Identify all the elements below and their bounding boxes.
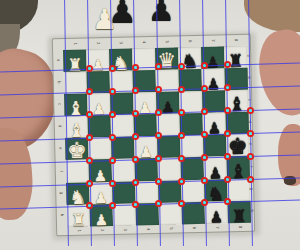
file-label-right-b: b <box>247 75 251 81</box>
square-h5 <box>159 202 182 225</box>
square-a4 <box>132 48 155 71</box>
square-d6 <box>180 113 203 136</box>
rank-label-bottom-2: 2 <box>100 227 104 233</box>
square-d2 <box>88 115 111 138</box>
chess-board: ♜♟♞♛♞♟♜♟♝♟♟♟♝♝♟♚♟♚♟♟♝♞♟♞♜♟♟♜ 12345678123… <box>52 34 255 236</box>
square-g5 <box>158 180 181 203</box>
file-label-right-g: g <box>249 185 253 191</box>
square-f8: ♝ <box>227 156 250 179</box>
file-label-right-a: a <box>246 53 250 59</box>
square-a2: ♟ <box>86 49 109 72</box>
square-b6 <box>179 69 202 92</box>
square-g4 <box>135 180 158 203</box>
square-f4 <box>135 158 158 181</box>
board-squares: ♜♟♞♛♞♟♜♟♝♟♟♟♝♝♟♚♟♚♟♟♝♞♟♞♜♟♟♜ <box>63 46 251 227</box>
rank-label-top-3: 3 <box>119 40 123 46</box>
square-a1: ♜ <box>63 50 86 73</box>
square-b1 <box>64 72 87 95</box>
square-g6 <box>181 179 204 202</box>
file-label-left-c: c <box>57 101 61 107</box>
square-f6 <box>181 157 204 180</box>
square-g2: ♟ <box>89 182 112 205</box>
file-label-left-d: d <box>58 123 62 129</box>
square-f7: ♟ <box>204 157 227 180</box>
square-b2 <box>87 71 110 94</box>
square-a3: ♞ <box>109 48 132 71</box>
rank-label-bottom-1: 1 <box>77 228 81 234</box>
square-b7: ♟ <box>202 68 225 91</box>
square-g3 <box>112 181 135 204</box>
square-d8 <box>226 112 249 135</box>
square-e5 <box>157 136 180 159</box>
square-c7 <box>202 91 225 114</box>
square-d5 <box>157 114 180 137</box>
square-d4 <box>134 114 157 137</box>
square-h1: ♜ <box>67 204 90 227</box>
square-d1: ♝ <box>65 116 88 139</box>
rank-label-top-4: 4 <box>142 39 146 45</box>
square-c5: ♟ <box>156 92 179 115</box>
square-b8 <box>225 68 248 91</box>
square-b4 <box>133 70 156 93</box>
square-h8: ♜ <box>228 200 251 223</box>
square-g7: ♞ <box>204 179 227 202</box>
rank-label-top-8: 8 <box>234 37 238 43</box>
file-label-left-g: g <box>59 190 63 196</box>
square-g1: ♞ <box>66 182 89 205</box>
square-c1: ♝ <box>64 94 87 117</box>
square-a6: ♞ <box>178 47 201 70</box>
file-label-right-c: c <box>247 97 251 103</box>
square-e4: ♟ <box>134 136 157 159</box>
file-label-right-d: d <box>248 119 252 125</box>
white-pawn: ♟ <box>95 213 109 228</box>
file-label-right-e: e <box>248 141 252 147</box>
square-h3 <box>113 203 136 226</box>
rank-label-bottom-6: 6 <box>192 225 196 231</box>
square-c8: ♝ <box>225 90 248 113</box>
square-e7 <box>203 135 226 158</box>
white-rook: ♜ <box>71 211 87 228</box>
file-label-right-h: h <box>250 207 254 213</box>
square-b3 <box>110 71 133 94</box>
file-label-left-a: a <box>56 57 60 63</box>
webcam-frame: ♟♟♟ ♜♟♞♛♞♟♜♟♝♟♟♟♝♝♟♚♟♚♟♟♝♞♟♞♜♟♟♜ 1234567… <box>0 0 300 250</box>
square-h2: ♟ <box>90 204 113 227</box>
rank-label-bottom-3: 3 <box>123 227 127 233</box>
square-d7: ♟ <box>203 113 226 136</box>
rank-label-bottom-7: 7 <box>215 225 219 231</box>
rank-label-top-2: 2 <box>96 40 100 46</box>
square-f5 <box>158 158 181 181</box>
square-d3 <box>111 115 134 138</box>
captured-black-pawn: ♟ <box>108 0 137 28</box>
square-f3 <box>112 159 135 182</box>
wrist-band-shadow <box>284 176 296 185</box>
file-label-left-f: f <box>59 168 63 174</box>
file-label-left-h: h <box>60 212 64 218</box>
square-c4: ♟ <box>133 92 156 115</box>
rank-label-top-1: 1 <box>73 41 77 47</box>
rank-label-bottom-5: 5 <box>169 226 173 232</box>
black-rook: ♜ <box>232 208 248 225</box>
square-g8 <box>227 178 250 201</box>
square-c6 <box>179 91 202 114</box>
square-a5: ♛ <box>155 47 178 70</box>
square-c3 <box>110 93 133 116</box>
rank-label-bottom-4: 4 <box>146 226 150 232</box>
file-label-right-f: f <box>249 163 253 169</box>
square-f1 <box>66 160 89 183</box>
rank-label-top-7: 7 <box>211 38 215 44</box>
rank-label-bottom-8: 8 <box>238 224 242 230</box>
square-e6 <box>180 135 203 158</box>
square-a8: ♜ <box>224 46 247 69</box>
square-a7: ♟ <box>201 46 224 69</box>
square-h7: ♟ <box>205 201 228 224</box>
square-h6 <box>182 202 205 225</box>
file-label-left-b: b <box>57 79 61 85</box>
rank-label-top-5: 5 <box>165 39 169 45</box>
square-h4 <box>136 203 159 226</box>
captured-black-pawn: ♟ <box>148 0 175 26</box>
square-c2: ♟ <box>87 93 110 116</box>
square-e3 <box>111 137 134 160</box>
square-e1: ♚ <box>65 138 88 161</box>
square-b5 <box>156 70 179 93</box>
square-f2: ♟ <box>89 159 112 182</box>
rank-label-top-6: 6 <box>188 38 192 44</box>
square-e2 <box>88 137 111 160</box>
file-label-left-e: e <box>58 145 62 151</box>
square-e8: ♚ <box>226 134 249 157</box>
black-pawn: ♟ <box>210 210 224 225</box>
